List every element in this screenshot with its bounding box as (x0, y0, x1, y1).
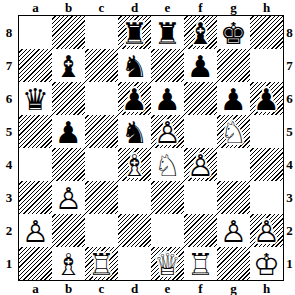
square-b2[interactable] (52, 214, 85, 247)
piece-white-knight-e4[interactable]: ♘ (151, 149, 184, 182)
file-label-c: c (85, 1, 118, 14)
file-label-f: f (184, 1, 217, 14)
file-labels-bottom: abcdefgh (18, 281, 284, 295)
square-h3[interactable] (250, 181, 283, 214)
piece-black-queen-a6[interactable]: ♛ (19, 83, 52, 116)
file-label-a: a (19, 1, 52, 14)
square-h2[interactable]: ♟♙ (250, 214, 283, 247)
square-f3[interactable] (184, 181, 217, 214)
piece-white-pawn-g2[interactable]: ♙ (217, 215, 250, 248)
square-c3[interactable] (85, 181, 118, 214)
square-f1[interactable]: ♜♖ (184, 247, 217, 280)
square-e8[interactable]: ♜♜ (151, 16, 184, 49)
square-f2[interactable] (184, 214, 217, 247)
square-d8[interactable]: ♜♜ (118, 16, 151, 49)
rank-label-1: 1 (286, 257, 293, 270)
square-e5[interactable]: ♟♙ (151, 115, 184, 148)
square-c8[interactable] (85, 16, 118, 49)
corner-top-right (284, 0, 295, 15)
piece-black-pawn-h6[interactable]: ♟ (250, 83, 283, 116)
square-d7[interactable]: ♞♞ (118, 49, 151, 82)
piece-black-pawn-f7[interactable]: ♟ (184, 50, 217, 83)
square-d1[interactable] (118, 247, 151, 280)
square-c5[interactable] (85, 115, 118, 148)
square-e4[interactable]: ♞♘ (151, 148, 184, 181)
square-c2[interactable] (85, 214, 118, 247)
square-h4[interactable] (250, 148, 283, 181)
file-label-e: e (151, 282, 184, 295)
chess-diagram: abcdefgh 87654321 ♜♜♜♜♝♝♚♚♝♝♞♞♟♟♛♛♟♟♟♟♟♟… (0, 0, 295, 295)
square-d4[interactable]: ♝♗ (118, 148, 151, 181)
square-f5[interactable] (184, 115, 217, 148)
square-g2[interactable]: ♟♙ (217, 214, 250, 247)
file-label-g: g (217, 282, 250, 295)
corner-top-left (0, 0, 18, 15)
rank-label-2: 2 (286, 224, 293, 237)
square-d6[interactable]: ♟♟ (118, 82, 151, 115)
rank-label-8: 8 (6, 26, 13, 39)
piece-black-rook-e8[interactable]: ♜ (151, 17, 184, 50)
rank-label-3: 3 (286, 191, 293, 204)
corner-bottom-right (284, 281, 295, 295)
square-f4[interactable]: ♟♙ (184, 148, 217, 181)
square-g7[interactable] (217, 49, 250, 82)
file-label-b: b (52, 282, 85, 295)
piece-black-king-g8[interactable]: ♚ (217, 17, 250, 50)
square-b6[interactable] (52, 82, 85, 115)
file-label-c: c (85, 282, 118, 295)
square-b3[interactable]: ♟♙ (52, 181, 85, 214)
corner-bottom-left (0, 281, 18, 295)
square-g1[interactable] (217, 247, 250, 280)
square-a7[interactable] (19, 49, 52, 82)
square-h7[interactable] (250, 49, 283, 82)
square-g5[interactable]: ♞♘ (217, 115, 250, 148)
square-a8[interactable] (19, 16, 52, 49)
rank-label-7: 7 (6, 59, 13, 72)
square-c1[interactable]: ♜♖ (85, 247, 118, 280)
rank-label-2: 2 (6, 224, 13, 237)
rank-label-3: 3 (6, 191, 13, 204)
square-h8[interactable] (250, 16, 283, 49)
file-label-a: a (19, 282, 52, 295)
square-a3[interactable] (19, 181, 52, 214)
square-g4[interactable] (217, 148, 250, 181)
square-f7[interactable]: ♟♟ (184, 49, 217, 82)
file-label-g: g (217, 1, 250, 14)
piece-black-pawn-g6[interactable]: ♟ (217, 83, 250, 116)
square-a6[interactable]: ♛♛ (19, 82, 52, 115)
piece-white-pawn-e5[interactable]: ♙ (151, 116, 184, 149)
rank-label-6: 6 (286, 92, 293, 105)
board: ♜♜♜♜♝♝♚♚♝♝♞♞♟♟♛♛♟♟♟♟♟♟♟♟♟♟♞♞♟♙♞♘♝♗♞♘♟♙♟♙… (18, 15, 284, 281)
square-b5[interactable]: ♟♟ (52, 115, 85, 148)
square-e1[interactable]: ♛♕ (151, 247, 184, 280)
file-label-e: e (151, 1, 184, 14)
rank-labels-right: 87654321 (284, 15, 295, 281)
square-a4[interactable] (19, 148, 52, 181)
piece-white-king-h1[interactable]: ♔ (250, 248, 283, 281)
piece-black-knight-d5[interactable]: ♞ (118, 116, 151, 149)
rank-label-5: 5 (286, 125, 293, 138)
piece-white-rook-f1[interactable]: ♖ (184, 248, 217, 281)
square-b1[interactable]: ♝♗ (52, 247, 85, 280)
square-e2[interactable] (151, 214, 184, 247)
square-c4[interactable] (85, 148, 118, 181)
piece-white-pawn-h2[interactable]: ♙ (250, 215, 283, 248)
piece-white-pawn-a2[interactable]: ♙ (19, 215, 52, 248)
square-h6[interactable]: ♟♟ (250, 82, 283, 115)
square-h1[interactable]: ♚♔ (250, 247, 283, 280)
file-labels-top: abcdefgh (18, 0, 284, 15)
piece-white-knight-g5[interactable]: ♘ (217, 116, 250, 149)
square-e3[interactable] (151, 181, 184, 214)
square-b7[interactable]: ♝♝ (52, 49, 85, 82)
square-a1[interactable] (19, 247, 52, 280)
piece-black-pawn-e6[interactable]: ♟ (151, 83, 184, 116)
piece-black-knight-d7[interactable]: ♞ (118, 50, 151, 83)
rank-label-4: 4 (6, 158, 13, 171)
piece-white-queen-e1[interactable]: ♕ (151, 248, 184, 281)
piece-white-pawn-b3[interactable]: ♙ (52, 182, 85, 215)
square-f6[interactable] (184, 82, 217, 115)
rank-label-4: 4 (286, 158, 293, 171)
square-e7[interactable] (151, 49, 184, 82)
square-e6[interactable]: ♟♟ (151, 82, 184, 115)
square-f8[interactable]: ♝♝ (184, 16, 217, 49)
file-label-h: h (250, 1, 283, 14)
rank-label-1: 1 (6, 257, 13, 270)
rank-label-8: 8 (286, 26, 293, 39)
piece-white-bishop-d4[interactable]: ♗ (118, 149, 151, 182)
file-label-b: b (52, 1, 85, 14)
square-a2[interactable]: ♟♙ (19, 214, 52, 247)
piece-white-rook-c1[interactable]: ♖ (85, 248, 118, 281)
piece-white-pawn-f4[interactable]: ♙ (184, 149, 217, 182)
square-h5[interactable] (250, 115, 283, 148)
square-g6[interactable]: ♟♟ (217, 82, 250, 115)
square-b8[interactable] (52, 16, 85, 49)
square-b4[interactable] (52, 148, 85, 181)
square-d5[interactable]: ♞♞ (118, 115, 151, 148)
square-a5[interactable] (19, 115, 52, 148)
square-g8[interactable]: ♚♚ (217, 16, 250, 49)
file-label-f: f (184, 282, 217, 295)
square-c6[interactable] (85, 82, 118, 115)
rank-label-6: 6 (6, 92, 13, 105)
file-label-h: h (250, 282, 283, 295)
rank-labels-left: 87654321 (0, 15, 18, 281)
square-c7[interactable] (85, 49, 118, 82)
piece-black-bishop-b7[interactable]: ♝ (52, 50, 85, 83)
square-d3[interactable] (118, 181, 151, 214)
piece-black-pawn-d6[interactable]: ♟ (118, 83, 151, 116)
file-label-d: d (118, 282, 151, 295)
rank-label-7: 7 (286, 59, 293, 72)
piece-white-bishop-b1[interactable]: ♗ (52, 248, 85, 281)
rank-label-5: 5 (6, 125, 13, 138)
file-label-d: d (118, 1, 151, 14)
square-d2[interactable] (118, 214, 151, 247)
square-g3[interactable] (217, 181, 250, 214)
piece-black-bishop-f8[interactable]: ♝ (184, 17, 217, 50)
piece-black-pawn-b5[interactable]: ♟ (52, 116, 85, 149)
piece-black-rook-d8[interactable]: ♜ (118, 17, 151, 50)
